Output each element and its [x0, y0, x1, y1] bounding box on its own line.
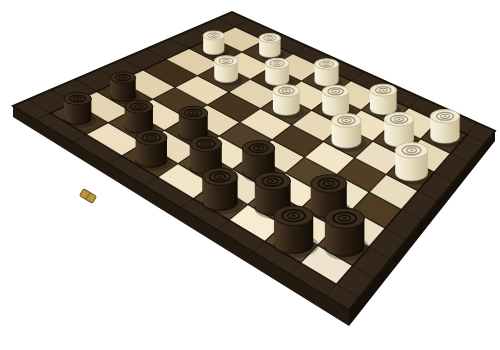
checker-light — [273, 85, 304, 119]
checker-dark — [202, 168, 243, 214]
checker-dark — [136, 130, 172, 171]
checker-light — [430, 110, 464, 148]
checker-dark — [64, 92, 96, 127]
checkers-product-photo — [0, 0, 500, 350]
checker-dark — [273, 206, 318, 258]
brass-hinge-icon — [80, 189, 97, 204]
checkers-board-photo — [0, 0, 500, 350]
checker-dark — [324, 208, 369, 260]
checker-light — [332, 114, 366, 152]
checker-dark — [110, 72, 140, 104]
checker-light — [395, 142, 433, 184]
